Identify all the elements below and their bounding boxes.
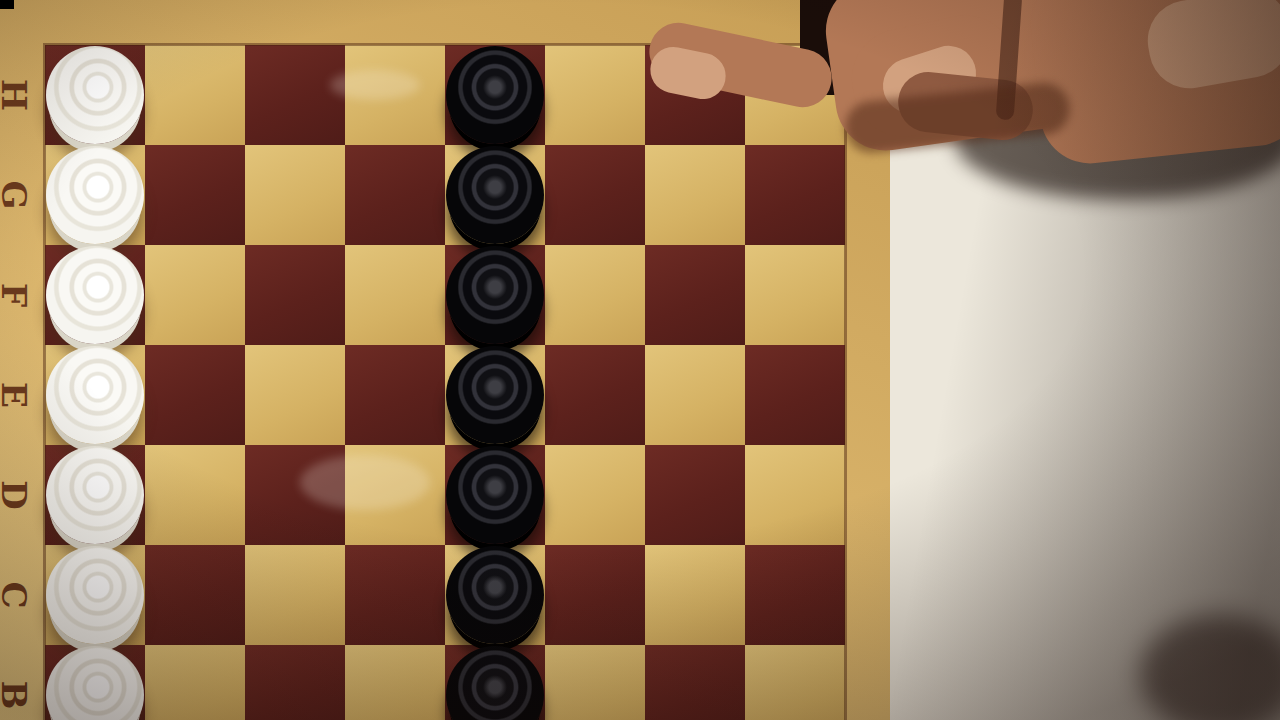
square-d3 (545, 445, 645, 545)
square-d7 (145, 445, 245, 545)
square-b1 (745, 645, 845, 720)
black-checker-d4 (446, 446, 544, 544)
square-d2 (645, 445, 745, 545)
file-label-E: E (0, 367, 36, 423)
file-label-D: D (0, 467, 36, 523)
file-label-B: B (0, 667, 36, 720)
square-g3 (545, 145, 645, 245)
square-e2 (645, 345, 745, 445)
square-b7 (145, 645, 245, 720)
square-b3 (545, 645, 645, 720)
white-checker-g8 (46, 146, 144, 244)
white-checker-h8 (46, 46, 144, 144)
square-c6 (245, 545, 345, 645)
square-c2 (645, 545, 745, 645)
square-g5 (345, 145, 445, 245)
square-f3 (545, 245, 645, 345)
square-f2 (645, 245, 745, 345)
square-h7 (145, 45, 245, 145)
white-checker-d8 (46, 446, 144, 544)
square-e6 (245, 345, 345, 445)
checkers-board: HGFEDCBA87654321 (0, 0, 890, 720)
white-checker-e8 (46, 346, 144, 444)
square-h6 (245, 45, 345, 145)
black-checker-e4 (446, 346, 544, 444)
square-e1 (745, 345, 845, 445)
square-f6 (245, 245, 345, 345)
square-g6 (245, 145, 345, 245)
square-b5 (345, 645, 445, 720)
square-g2 (645, 145, 745, 245)
black-checker-c4 (446, 546, 544, 644)
square-e7 (145, 345, 245, 445)
square-b6 (245, 645, 345, 720)
file-label-G: G (0, 167, 36, 223)
square-f1 (745, 245, 845, 345)
file-label-H: H (0, 67, 36, 123)
square-c3 (545, 545, 645, 645)
letterbox-corner (0, 0, 14, 9)
black-checker-f4 (446, 246, 544, 344)
square-e3 (545, 345, 645, 445)
square-g7 (145, 145, 245, 245)
board-grid (45, 45, 845, 720)
black-checker-h4 (446, 46, 544, 144)
square-d1 (745, 445, 845, 545)
dust-smudge (330, 70, 420, 100)
square-f5 (345, 245, 445, 345)
square-c7 (145, 545, 245, 645)
square-g1 (745, 145, 845, 245)
square-e5 (345, 345, 445, 445)
dust-smudge (300, 455, 430, 510)
square-b2 (645, 645, 745, 720)
file-label-F: F (0, 267, 36, 323)
black-checker-g4 (446, 146, 544, 244)
square-c1 (745, 545, 845, 645)
file-label-C: C (0, 567, 36, 623)
square-f7 (145, 245, 245, 345)
square-h3 (545, 45, 645, 145)
video-frame: HGFEDCBA87654321 (0, 0, 1280, 720)
square-c5 (345, 545, 445, 645)
white-checker-c8 (46, 546, 144, 644)
white-checker-f8 (46, 246, 144, 344)
